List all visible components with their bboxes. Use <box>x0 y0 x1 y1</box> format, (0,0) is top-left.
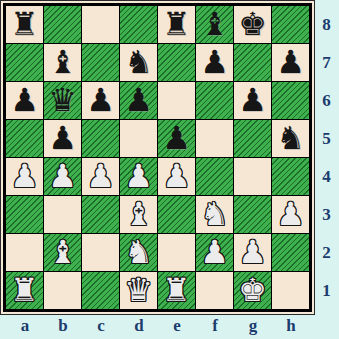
piece-black-pawn[interactable]: ♟ <box>238 82 267 119</box>
piece-white-pawn[interactable]: ♟ <box>238 234 267 271</box>
square-e2[interactable] <box>158 234 195 271</box>
rank-label-1: 1 <box>314 272 339 310</box>
rank-label-5: 5 <box>314 120 339 158</box>
piece-black-pawn[interactable]: ♟ <box>276 44 305 81</box>
piece-black-pawn[interactable]: ♟ <box>48 120 77 157</box>
square-e5[interactable]: ♟ <box>158 120 195 157</box>
chess-board: ♜♜♝♚♝♞♟♟♟♛♟♟♟♟♟♞♟♟♟♟♟♝♞♟♝♞♟♟♜♛♜♚ <box>3 3 312 312</box>
square-h4[interactable] <box>272 158 309 195</box>
square-e6[interactable] <box>158 82 195 119</box>
square-h2[interactable] <box>272 234 309 271</box>
square-g8[interactable]: ♚ <box>234 6 271 43</box>
square-g6[interactable]: ♟ <box>234 82 271 119</box>
square-d8[interactable] <box>120 6 157 43</box>
square-d4[interactable]: ♟ <box>120 158 157 195</box>
square-f5[interactable] <box>196 120 233 157</box>
square-c4[interactable]: ♟ <box>82 158 119 195</box>
piece-white-knight[interactable]: ♞ <box>124 234 153 271</box>
piece-white-rook[interactable]: ♜ <box>10 272 39 309</box>
piece-white-pawn[interactable]: ♟ <box>48 158 77 195</box>
rank-label-4: 4 <box>314 158 339 196</box>
file-label-e: e <box>158 313 196 339</box>
square-c5[interactable] <box>82 120 119 157</box>
piece-white-pawn[interactable]: ♟ <box>86 158 115 195</box>
piece-black-bishop[interactable]: ♝ <box>200 6 229 43</box>
square-d6[interactable]: ♟ <box>120 82 157 119</box>
square-g1[interactable]: ♚ <box>234 272 271 309</box>
square-a4[interactable]: ♟ <box>6 158 43 195</box>
square-h6[interactable] <box>272 82 309 119</box>
piece-black-pawn[interactable]: ♟ <box>162 120 191 157</box>
piece-white-bishop[interactable]: ♝ <box>48 234 77 271</box>
square-f3[interactable]: ♞ <box>196 196 233 233</box>
piece-black-rook[interactable]: ♜ <box>10 6 39 43</box>
square-b7[interactable]: ♝ <box>44 44 81 81</box>
rank-label-2: 2 <box>314 234 339 272</box>
square-e7[interactable] <box>158 44 195 81</box>
square-e4[interactable]: ♟ <box>158 158 195 195</box>
file-label-d: d <box>120 313 158 339</box>
piece-black-pawn[interactable]: ♟ <box>10 82 39 119</box>
square-d3[interactable]: ♝ <box>120 196 157 233</box>
piece-black-pawn[interactable]: ♟ <box>86 82 115 119</box>
square-f1[interactable] <box>196 272 233 309</box>
chess-board-frame: ♜♜♝♚♝♞♟♟♟♛♟♟♟♟♟♞♟♟♟♟♟♝♞♟♝♞♟♟♜♛♜♚ <box>0 0 315 315</box>
rank-labels: 87654321 <box>314 6 339 310</box>
square-c8[interactable] <box>82 6 119 43</box>
square-b5[interactable]: ♟ <box>44 120 81 157</box>
square-d7[interactable]: ♞ <box>120 44 157 81</box>
piece-white-pawn[interactable]: ♟ <box>124 158 153 195</box>
square-c2[interactable] <box>82 234 119 271</box>
square-g5[interactable] <box>234 120 271 157</box>
piece-black-pawn[interactable]: ♟ <box>200 44 229 81</box>
file-label-f: f <box>196 313 234 339</box>
rank-label-6: 6 <box>314 82 339 120</box>
square-b3[interactable] <box>44 196 81 233</box>
piece-black-rook[interactable]: ♜ <box>162 6 191 43</box>
piece-white-pawn[interactable]: ♟ <box>276 196 305 233</box>
file-label-a: a <box>6 313 44 339</box>
square-b2[interactable]: ♝ <box>44 234 81 271</box>
piece-white-queen[interactable]: ♛ <box>124 272 153 309</box>
square-f4[interactable] <box>196 158 233 195</box>
file-label-c: c <box>82 313 120 339</box>
square-a5[interactable] <box>6 120 43 157</box>
square-e3[interactable] <box>158 196 195 233</box>
file-labels: abcdefgh <box>6 313 310 339</box>
square-f6[interactable] <box>196 82 233 119</box>
square-d2[interactable]: ♞ <box>120 234 157 271</box>
rank-label-7: 7 <box>314 44 339 82</box>
square-b4[interactable]: ♟ <box>44 158 81 195</box>
piece-white-knight[interactable]: ♞ <box>200 196 229 233</box>
square-h7[interactable]: ♟ <box>272 44 309 81</box>
piece-black-queen[interactable]: ♛ <box>48 82 77 119</box>
file-label-b: b <box>44 313 82 339</box>
square-g7[interactable] <box>234 44 271 81</box>
piece-white-king[interactable]: ♚ <box>238 272 267 309</box>
piece-white-bishop[interactable]: ♝ <box>124 196 153 233</box>
square-e1[interactable]: ♜ <box>158 272 195 309</box>
square-h1[interactable] <box>272 272 309 309</box>
square-d1[interactable]: ♛ <box>120 272 157 309</box>
file-label-g: g <box>234 313 272 339</box>
square-f2[interactable]: ♟ <box>196 234 233 271</box>
square-g4[interactable] <box>234 158 271 195</box>
piece-white-pawn[interactable]: ♟ <box>162 158 191 195</box>
square-b6[interactable]: ♛ <box>44 82 81 119</box>
piece-white-pawn[interactable]: ♟ <box>10 158 39 195</box>
square-c1[interactable] <box>82 272 119 309</box>
square-d5[interactable] <box>120 120 157 157</box>
square-b8[interactable] <box>44 6 81 43</box>
piece-black-knight[interactable]: ♞ <box>276 120 305 157</box>
piece-white-pawn[interactable]: ♟ <box>200 234 229 271</box>
square-g3[interactable] <box>234 196 271 233</box>
file-label-h: h <box>272 313 310 339</box>
square-h3[interactable]: ♟ <box>272 196 309 233</box>
square-g2[interactable]: ♟ <box>234 234 271 271</box>
square-f8[interactable]: ♝ <box>196 6 233 43</box>
piece-black-bishop[interactable]: ♝ <box>48 44 77 81</box>
square-a1[interactable]: ♜ <box>6 272 43 309</box>
square-a6[interactable]: ♟ <box>6 82 43 119</box>
square-a2[interactable] <box>6 234 43 271</box>
piece-black-pawn[interactable]: ♟ <box>124 82 153 119</box>
square-c3[interactable] <box>82 196 119 233</box>
square-h8[interactable] <box>272 6 309 43</box>
square-b1[interactable] <box>44 272 81 309</box>
square-c6[interactable]: ♟ <box>82 82 119 119</box>
square-c7[interactable] <box>82 44 119 81</box>
rank-label-8: 8 <box>314 6 339 44</box>
square-a8[interactable]: ♜ <box>6 6 43 43</box>
chess-diagram: ♜♜♝♚♝♞♟♟♟♛♟♟♟♟♟♞♟♟♟♟♟♝♞♟♝♞♟♟♜♛♜♚ abcdefg… <box>0 0 339 339</box>
rank-label-3: 3 <box>314 196 339 234</box>
square-e8[interactable]: ♜ <box>158 6 195 43</box>
square-a7[interactable] <box>6 44 43 81</box>
piece-black-knight[interactable]: ♞ <box>124 44 153 81</box>
square-f7[interactable]: ♟ <box>196 44 233 81</box>
square-h5[interactable]: ♞ <box>272 120 309 157</box>
piece-white-rook[interactable]: ♜ <box>162 272 191 309</box>
square-a3[interactable] <box>6 196 43 233</box>
piece-black-king[interactable]: ♚ <box>238 6 267 43</box>
